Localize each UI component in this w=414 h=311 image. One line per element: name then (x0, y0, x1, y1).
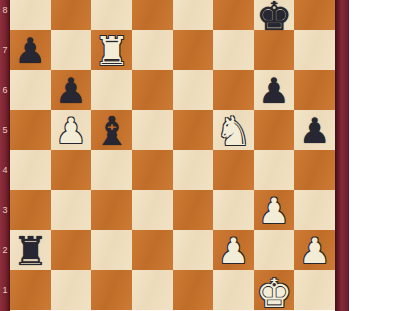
square-f5[interactable]: ♞ (213, 110, 254, 150)
board-frame-right (335, 0, 349, 311)
square-d7[interactable] (132, 30, 173, 70)
piece-white-king[interactable]: ♚ (256, 273, 292, 311)
square-g1[interactable]: ♚ (254, 270, 295, 310)
rank-labels-column: 87654321 (0, 0, 10, 310)
square-a2[interactable]: ♜ (10, 230, 51, 270)
piece-white-pawn[interactable]: ♟ (258, 194, 289, 229)
piece-black-pawn[interactable]: ♟ (258, 74, 289, 109)
square-g8[interactable]: ♚ (254, 0, 295, 30)
piece-black-rook[interactable]: ♜ (12, 231, 48, 271)
square-h6[interactable] (294, 70, 335, 110)
square-f8[interactable] (213, 0, 254, 30)
square-b2[interactable] (51, 230, 92, 270)
square-b4[interactable] (51, 150, 92, 190)
square-c1[interactable] (91, 270, 132, 310)
piece-white-pawn[interactable]: ♟ (299, 234, 330, 269)
piece-white-rook[interactable]: ♜ (94, 31, 130, 71)
square-f7[interactable] (213, 30, 254, 70)
square-h3[interactable] (294, 190, 335, 230)
square-c2[interactable] (91, 230, 132, 270)
square-b7[interactable] (51, 30, 92, 70)
square-g2[interactable] (254, 230, 295, 270)
square-g3[interactable]: ♟ (254, 190, 295, 230)
square-d2[interactable] (132, 230, 173, 270)
rank-label-7: 7 (0, 30, 10, 70)
square-a7[interactable]: ♟ (10, 30, 51, 70)
square-e6[interactable] (173, 70, 214, 110)
square-e7[interactable] (173, 30, 214, 70)
square-f2[interactable]: ♟ (213, 230, 254, 270)
rank-label-3: 3 (0, 190, 10, 230)
square-c3[interactable] (91, 190, 132, 230)
square-a4[interactable] (10, 150, 51, 190)
square-f1[interactable] (213, 270, 254, 310)
square-b5[interactable]: ♟ (51, 110, 92, 150)
square-c4[interactable] (91, 150, 132, 190)
chess-app-screen: 87654321 ♚♟♜♟♟♟♝♞♟♟♜♟♟♚ (0, 0, 414, 311)
square-c5[interactable]: ♝ (91, 110, 132, 150)
square-e3[interactable] (173, 190, 214, 230)
square-e8[interactable] (173, 0, 214, 30)
piece-black-pawn[interactable]: ♟ (55, 74, 86, 109)
square-e1[interactable] (173, 270, 214, 310)
square-b1[interactable] (51, 270, 92, 310)
square-d3[interactable] (132, 190, 173, 230)
square-h4[interactable] (294, 150, 335, 190)
square-b3[interactable] (51, 190, 92, 230)
square-b6[interactable]: ♟ (51, 70, 92, 110)
square-a5[interactable] (10, 110, 51, 150)
square-h1[interactable] (294, 270, 335, 310)
rank-label-1: 1 (0, 270, 10, 310)
square-c6[interactable] (91, 70, 132, 110)
piece-black-king[interactable]: ♚ (256, 0, 292, 36)
rank-label-6: 6 (0, 70, 10, 110)
rank-label-5: 5 (0, 110, 10, 150)
square-f6[interactable] (213, 70, 254, 110)
board-frame-left: 87654321 (0, 0, 10, 311)
square-e4[interactable] (173, 150, 214, 190)
square-d6[interactable] (132, 70, 173, 110)
square-h8[interactable] (294, 0, 335, 30)
square-c7[interactable]: ♜ (91, 30, 132, 70)
square-h7[interactable] (294, 30, 335, 70)
square-g4[interactable] (254, 150, 295, 190)
square-e5[interactable] (173, 110, 214, 150)
square-f4[interactable] (213, 150, 254, 190)
square-g6[interactable]: ♟ (254, 70, 295, 110)
square-b8[interactable] (51, 0, 92, 30)
chess-board: ♚♟♜♟♟♟♝♞♟♟♜♟♟♚ (10, 0, 335, 310)
square-h5[interactable]: ♟ (294, 110, 335, 150)
square-f3[interactable] (213, 190, 254, 230)
square-a8[interactable] (10, 0, 51, 30)
square-d8[interactable] (132, 0, 173, 30)
square-a3[interactable] (10, 190, 51, 230)
piece-white-pawn[interactable]: ♟ (218, 234, 249, 269)
piece-black-pawn[interactable]: ♟ (299, 114, 330, 149)
square-g5[interactable] (254, 110, 295, 150)
square-a6[interactable] (10, 70, 51, 110)
square-d5[interactable] (132, 110, 173, 150)
rank-label-4: 4 (0, 150, 10, 190)
square-d4[interactable] (132, 150, 173, 190)
piece-black-pawn[interactable]: ♟ (15, 34, 46, 69)
square-e2[interactable] (173, 230, 214, 270)
piece-white-pawn[interactable]: ♟ (55, 114, 86, 149)
rank-label-8: 8 (0, 0, 10, 30)
square-c8[interactable] (91, 0, 132, 30)
piece-black-bishop[interactable]: ♝ (94, 111, 130, 151)
square-h2[interactable]: ♟ (294, 230, 335, 270)
square-a1[interactable] (10, 270, 51, 310)
rank-label-2: 2 (0, 230, 10, 270)
square-d1[interactable] (132, 270, 173, 310)
piece-white-knight[interactable]: ♞ (216, 111, 252, 151)
